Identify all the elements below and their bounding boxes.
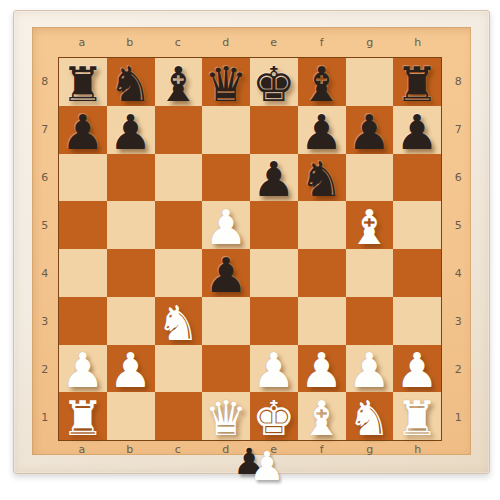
file-label-top-e: e — [250, 27, 298, 57]
square-d8[interactable]: ♛ — [202, 58, 250, 106]
square-b1[interactable] — [107, 392, 155, 440]
square-g2[interactable]: ♟ — [346, 345, 394, 393]
rank-label-right-4: 4 — [444, 249, 473, 297]
square-e7[interactable] — [250, 106, 298, 154]
square-h7[interactable]: ♟ — [393, 106, 441, 154]
file-label-bottom-a: a — [58, 441, 106, 457]
square-b8[interactable]: ♞ — [107, 58, 155, 106]
file-label-top-c: c — [154, 27, 202, 57]
square-a6[interactable] — [59, 154, 107, 202]
square-c5[interactable] — [155, 201, 203, 249]
square-d1[interactable]: ♛ — [202, 392, 250, 440]
white-pawn: ♟ — [59, 347, 107, 395]
black-knight: ♞ — [107, 60, 155, 108]
file-label-bottom-h: h — [394, 441, 442, 457]
square-e2[interactable]: ♟ — [250, 345, 298, 393]
square-f2[interactable]: ♟ — [298, 345, 346, 393]
black-pawn: ♟ — [202, 251, 250, 299]
white-pawn: ♟ — [346, 347, 394, 395]
rank-label-left-5: 5 — [32, 201, 58, 249]
white-bishop: ♝ — [346, 203, 394, 251]
rank-labels-left: 87654321 — [32, 57, 58, 441]
file-label-top-b: b — [106, 27, 154, 57]
square-g6[interactable] — [346, 154, 394, 202]
square-e4[interactable] — [250, 249, 298, 297]
square-f8[interactable]: ♝ — [298, 58, 346, 106]
square-f6[interactable]: ♞ — [298, 154, 346, 202]
black-pawn: ♟ — [250, 156, 298, 204]
square-c3[interactable]: ♞ — [155, 297, 203, 345]
square-c6[interactable] — [155, 154, 203, 202]
square-a3[interactable] — [59, 297, 107, 345]
square-f1[interactable]: ♝ — [298, 392, 346, 440]
black-rook: ♜ — [393, 60, 441, 108]
black-pawn: ♟ — [346, 108, 394, 156]
rank-label-left-2: 2 — [32, 345, 58, 393]
square-h1[interactable]: ♜ — [393, 392, 441, 440]
white-knight: ♞ — [346, 394, 394, 442]
black-pawn: ♟ — [393, 108, 441, 156]
square-d2[interactable] — [202, 345, 250, 393]
file-label-top-g: g — [346, 27, 394, 57]
square-a5[interactable] — [59, 201, 107, 249]
rank-label-left-3: 3 — [32, 297, 58, 345]
square-h2[interactable]: ♟ — [393, 345, 441, 393]
square-h4[interactable] — [393, 249, 441, 297]
file-label-top-f: f — [298, 27, 346, 57]
rank-label-right-8: 8 — [444, 57, 473, 105]
square-b5[interactable] — [107, 201, 155, 249]
square-a4[interactable] — [59, 249, 107, 297]
square-h5[interactable] — [393, 201, 441, 249]
black-knight: ♞ — [298, 156, 346, 204]
square-h3[interactable] — [393, 297, 441, 345]
rank-label-right-3: 3 — [444, 297, 473, 345]
black-pawn: ♟ — [107, 108, 155, 156]
white-pawn: ♟ — [393, 347, 441, 395]
square-a2[interactable]: ♟ — [59, 345, 107, 393]
rank-label-left-8: 8 — [32, 57, 58, 105]
file-label-top-h: h — [394, 27, 442, 57]
white-pawn: ♟ — [298, 347, 346, 395]
white-pawn: ♟ — [107, 347, 155, 395]
square-f3[interactable] — [298, 297, 346, 345]
file-label-top-a: a — [58, 27, 106, 57]
square-e8[interactable]: ♚ — [250, 58, 298, 106]
white-bishop: ♝ — [298, 394, 346, 442]
square-c7[interactable] — [155, 106, 203, 154]
white-queen: ♛ — [202, 394, 250, 442]
square-h6[interactable] — [393, 154, 441, 202]
square-c4[interactable] — [155, 249, 203, 297]
black-bishop: ♝ — [298, 60, 346, 108]
square-g3[interactable] — [346, 297, 394, 345]
file-label-bottom-g: g — [346, 441, 394, 457]
white-pawn: ♟ — [202, 203, 250, 251]
square-f4[interactable] — [298, 249, 346, 297]
square-b7[interactable]: ♟ — [107, 106, 155, 154]
white-knight: ♞ — [155, 299, 203, 347]
square-g5[interactable]: ♝ — [346, 201, 394, 249]
rank-label-right-1: 1 — [444, 393, 473, 441]
square-b2[interactable]: ♟ — [107, 345, 155, 393]
file-label-top-d: d — [202, 27, 250, 57]
square-a7[interactable]: ♟ — [59, 106, 107, 154]
square-b6[interactable] — [107, 154, 155, 202]
white-rook: ♜ — [59, 394, 107, 442]
black-queen: ♛ — [202, 60, 250, 108]
square-d5[interactable]: ♟ — [202, 201, 250, 249]
file-label-bottom-f: f — [298, 441, 346, 457]
square-b4[interactable] — [107, 249, 155, 297]
rank-labels-right: 87654321 — [444, 57, 473, 441]
chess-board-grid: ♜♞♝♛♚♝♜♟♟♟♟♟♟♞♟♝♟♞♟♟♟♟♟♟♜♛♚♝♞♜ — [58, 57, 442, 441]
square-e1[interactable]: ♚ — [250, 392, 298, 440]
square-g4[interactable] — [346, 249, 394, 297]
rank-label-left-7: 7 — [32, 105, 58, 153]
square-c1[interactable] — [155, 392, 203, 440]
rank-label-right-6: 6 — [444, 153, 473, 201]
square-d6[interactable] — [202, 154, 250, 202]
square-a8[interactable]: ♜ — [59, 58, 107, 106]
rank-label-left-6: 6 — [32, 153, 58, 201]
square-g7[interactable]: ♟ — [346, 106, 394, 154]
square-a1[interactable]: ♜ — [59, 392, 107, 440]
board-frame: abcdefgh abcdefgh 87654321 87654321 ♜♞♝♛… — [13, 10, 490, 474]
square-f5[interactable] — [298, 201, 346, 249]
black-bishop: ♝ — [155, 60, 203, 108]
file-labels-top: abcdefgh — [58, 27, 442, 57]
black-pawn: ♟ — [59, 108, 107, 156]
square-g8[interactable] — [346, 58, 394, 106]
black-rook: ♜ — [59, 60, 107, 108]
square-d7[interactable] — [202, 106, 250, 154]
square-e3[interactable] — [250, 297, 298, 345]
rank-label-right-2: 2 — [444, 345, 473, 393]
black-king: ♚ — [250, 60, 298, 108]
rank-label-right-7: 7 — [444, 105, 473, 153]
square-e6[interactable]: ♟ — [250, 154, 298, 202]
rank-label-right-5: 5 — [444, 201, 473, 249]
demonstration-chessboard-photo: abcdefgh abcdefgh 87654321 87654321 ♜♞♝♛… — [0, 0, 500, 500]
square-h8[interactable]: ♜ — [393, 58, 441, 106]
tray-white-pawn[interactable]: ♟ — [249, 446, 285, 486]
square-d4[interactable]: ♟ — [202, 249, 250, 297]
file-label-bottom-b: b — [106, 441, 154, 457]
rank-label-left-4: 4 — [32, 249, 58, 297]
white-rook: ♜ — [393, 394, 441, 442]
square-e5[interactable] — [250, 201, 298, 249]
square-d3[interactable] — [202, 297, 250, 345]
board-surface: abcdefgh abcdefgh 87654321 87654321 ♜♞♝♛… — [32, 27, 471, 455]
square-c2[interactable] — [155, 345, 203, 393]
square-f7[interactable]: ♟ — [298, 106, 346, 154]
white-pawn: ♟ — [250, 347, 298, 395]
square-c8[interactable]: ♝ — [155, 58, 203, 106]
white-king: ♚ — [250, 394, 298, 442]
file-label-bottom-c: c — [154, 441, 202, 457]
square-b3[interactable] — [107, 297, 155, 345]
square-g1[interactable]: ♞ — [346, 392, 394, 440]
rank-label-left-1: 1 — [32, 393, 58, 441]
black-pawn: ♟ — [298, 108, 346, 156]
